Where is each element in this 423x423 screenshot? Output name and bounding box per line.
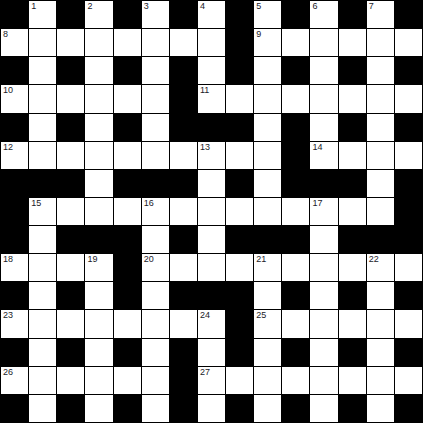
white-cell-r13-c0[interactable]: 26 (1, 367, 28, 394)
white-cell-r13-c9[interactable] (254, 367, 281, 394)
white-cell-r5-c9[interactable] (254, 142, 281, 169)
black-cell-r9-c4 (114, 254, 141, 281)
white-cell-r0-c11[interactable]: 6 (310, 1, 337, 28)
white-cell-r11-c4[interactable] (114, 310, 141, 337)
black-cell-r14-c12 (339, 395, 366, 422)
white-cell-r6-c3[interactable] (85, 170, 112, 197)
white-cell-r1-c10[interactable] (282, 29, 309, 56)
clue-number: 1 (31, 1, 36, 11)
black-cell-r4-c6 (170, 114, 197, 141)
clue-number: 6 (312, 1, 317, 11)
white-cell-r7-c5[interactable]: 16 (142, 198, 169, 225)
white-cell-r7-c3[interactable] (85, 198, 112, 225)
white-cell-r9-c1[interactable] (29, 254, 56, 281)
black-cell-r0-c0 (1, 1, 28, 28)
black-cell-r8-c4 (114, 226, 141, 253)
white-cell-r9-c9[interactable]: 21 (254, 254, 281, 281)
white-cell-r0-c5[interactable]: 3 (142, 1, 169, 28)
white-cell-r11-c6[interactable] (170, 310, 197, 337)
clue-number: 12 (3, 142, 13, 152)
white-cell-r3-c13[interactable] (367, 85, 394, 112)
white-cell-r0-c1[interactable]: 1 (29, 1, 56, 28)
white-cell-r8-c11[interactable] (310, 226, 337, 253)
white-cell-r3-c10[interactable] (282, 85, 309, 112)
white-cell-r4-c1[interactable] (29, 114, 56, 141)
white-cell-r5-c6[interactable] (170, 142, 197, 169)
white-cell-r14-c11[interactable] (310, 395, 337, 422)
black-cell-r12-c14 (395, 339, 422, 366)
black-cell-r10-c10 (282, 282, 309, 309)
black-cell-r6-c4 (114, 170, 141, 197)
black-cell-r13-c6 (170, 367, 197, 394)
white-cell-r0-c13[interactable]: 7 (367, 1, 394, 28)
white-cell-r12-c7[interactable] (198, 339, 225, 366)
white-cell-r1-c14[interactable] (395, 29, 422, 56)
white-cell-r1-c11[interactable] (310, 29, 337, 56)
black-cell-r0-c2 (57, 1, 84, 28)
black-cell-r12-c2 (57, 339, 84, 366)
clue-number: 16 (144, 198, 154, 208)
black-cell-r0-c14 (395, 1, 422, 28)
white-cell-r5-c4[interactable] (114, 142, 141, 169)
white-cell-r10-c11[interactable] (310, 282, 337, 309)
white-cell-r7-c10[interactable] (282, 198, 309, 225)
white-cell-r8-c1[interactable] (29, 226, 56, 253)
black-cell-r14-c10 (282, 395, 309, 422)
white-cell-r7-c1[interactable]: 15 (29, 198, 56, 225)
white-cell-r11-c0[interactable]: 23 (1, 310, 28, 337)
black-cell-r8-c9 (254, 226, 281, 253)
white-cell-r0-c9[interactable]: 5 (254, 1, 281, 28)
black-cell-r4-c2 (57, 114, 84, 141)
clue-number: 20 (144, 254, 154, 264)
clue-number: 5 (256, 1, 261, 11)
white-cell-r11-c7[interactable]: 24 (198, 310, 225, 337)
white-cell-r13-c12[interactable] (339, 367, 366, 394)
white-cell-r13-c3[interactable] (85, 367, 112, 394)
clue-number: 18 (3, 254, 13, 264)
white-cell-r11-c3[interactable] (85, 310, 112, 337)
white-cell-r5-c8[interactable] (226, 142, 253, 169)
white-cell-r3-c9[interactable] (254, 85, 281, 112)
white-cell-r2-c9[interactable] (254, 57, 281, 84)
black-cell-r4-c8 (226, 114, 253, 141)
white-cell-r7-c4[interactable] (114, 198, 141, 225)
white-cell-r6-c7[interactable] (198, 170, 225, 197)
black-cell-r8-c0 (1, 226, 28, 253)
white-cell-r7-c12[interactable] (339, 198, 366, 225)
black-cell-r10-c14 (395, 282, 422, 309)
black-cell-r6-c0 (1, 170, 28, 197)
clue-number: 19 (87, 254, 97, 264)
white-cell-r0-c3[interactable]: 2 (85, 1, 112, 28)
white-cell-r4-c5[interactable] (142, 114, 169, 141)
white-cell-r6-c9[interactable] (254, 170, 281, 197)
black-cell-r7-c0 (1, 198, 28, 225)
black-cell-r1-c8 (226, 29, 253, 56)
white-cell-r9-c12[interactable] (339, 254, 366, 281)
white-cell-r6-c13[interactable] (367, 170, 394, 197)
black-cell-r6-c10 (282, 170, 309, 197)
white-cell-r13-c1[interactable] (29, 367, 56, 394)
white-cell-r3-c5[interactable] (142, 85, 169, 112)
white-cell-r1-c3[interactable] (85, 29, 112, 56)
black-cell-r6-c6 (170, 170, 197, 197)
white-cell-r9-c6[interactable] (170, 254, 197, 281)
black-cell-r12-c8 (226, 339, 253, 366)
black-cell-r6-c8 (226, 170, 253, 197)
black-cell-r10-c0 (1, 282, 28, 309)
black-cell-r8-c6 (170, 226, 197, 253)
black-cell-r6-c12 (339, 170, 366, 197)
white-cell-r3-c11[interactable] (310, 85, 337, 112)
black-cell-r8-c14 (395, 226, 422, 253)
black-cell-r8-c8 (226, 226, 253, 253)
clue-number: 24 (200, 310, 210, 320)
white-cell-r11-c13[interactable] (367, 310, 394, 337)
clue-number: 4 (200, 1, 205, 11)
black-cell-r4-c7 (198, 114, 225, 141)
white-cell-r14-c9[interactable] (254, 395, 281, 422)
clue-number: 2 (87, 1, 92, 11)
white-cell-r11-c9[interactable]: 25 (254, 310, 281, 337)
clue-number: 10 (3, 85, 13, 95)
white-cell-r9-c0[interactable]: 18 (1, 254, 28, 281)
black-cell-r4-c10 (282, 114, 309, 141)
black-cell-r0-c6 (170, 1, 197, 28)
black-cell-r2-c10 (282, 57, 309, 84)
clue-number: 8 (3, 29, 8, 39)
white-cell-r7-c13[interactable] (367, 198, 394, 225)
black-cell-r6-c11 (310, 170, 337, 197)
white-cell-r2-c1[interactable] (29, 57, 56, 84)
white-cell-r4-c3[interactable] (85, 114, 112, 141)
white-cell-r13-c14[interactable] (395, 367, 422, 394)
clue-number: 22 (369, 254, 379, 264)
white-cell-r9-c5[interactable]: 20 (142, 254, 169, 281)
white-cell-r3-c4[interactable] (114, 85, 141, 112)
black-cell-r0-c4 (114, 1, 141, 28)
black-cell-r2-c4 (114, 57, 141, 84)
white-cell-r1-c0[interactable]: 8 (1, 29, 28, 56)
white-cell-r13-c7[interactable]: 27 (198, 367, 225, 394)
white-cell-r3-c0[interactable]: 10 (1, 85, 28, 112)
white-cell-r2-c3[interactable] (85, 57, 112, 84)
white-cell-r5-c11[interactable]: 14 (310, 142, 337, 169)
white-cell-r11-c11[interactable] (310, 310, 337, 337)
white-cell-r11-c1[interactable] (29, 310, 56, 337)
white-cell-r0-c7[interactable]: 4 (198, 1, 225, 28)
white-cell-r10-c3[interactable] (85, 282, 112, 309)
black-cell-r2-c14 (395, 57, 422, 84)
white-cell-r12-c3[interactable] (85, 339, 112, 366)
black-cell-r14-c14 (395, 395, 422, 422)
black-cell-r8-c12 (339, 226, 366, 253)
black-cell-r3-c6 (170, 85, 197, 112)
black-cell-r6-c14 (395, 170, 422, 197)
black-cell-r10-c8 (226, 282, 253, 309)
white-cell-r11-c2[interactable] (57, 310, 84, 337)
black-cell-r12-c12 (339, 339, 366, 366)
black-cell-r10-c4 (114, 282, 141, 309)
white-cell-r12-c1[interactable] (29, 339, 56, 366)
black-cell-r2-c0 (1, 57, 28, 84)
black-cell-r6-c1 (29, 170, 56, 197)
white-cell-r12-c5[interactable] (142, 339, 169, 366)
white-cell-r13-c5[interactable] (142, 367, 169, 394)
white-cell-r1-c12[interactable] (339, 29, 366, 56)
white-cell-r4-c9[interactable] (254, 114, 281, 141)
white-cell-r3-c3[interactable] (85, 85, 112, 112)
black-cell-r8-c3 (85, 226, 112, 253)
black-cell-r14-c2 (57, 395, 84, 422)
white-cell-r9-c14[interactable] (395, 254, 422, 281)
white-cell-r5-c3[interactable] (85, 142, 112, 169)
white-cell-r10-c1[interactable] (29, 282, 56, 309)
black-cell-r6-c2 (57, 170, 84, 197)
white-cell-r4-c13[interactable] (367, 114, 394, 141)
white-cell-r10-c5[interactable] (142, 282, 169, 309)
white-cell-r10-c9[interactable] (254, 282, 281, 309)
clue-number: 26 (3, 367, 13, 377)
black-cell-r4-c14 (395, 114, 422, 141)
white-cell-r10-c13[interactable] (367, 282, 394, 309)
white-cell-r3-c1[interactable] (29, 85, 56, 112)
clue-number: 9 (256, 29, 261, 39)
white-cell-r7-c8[interactable] (226, 198, 253, 225)
black-cell-r0-c10 (282, 1, 309, 28)
clue-number: 15 (31, 198, 41, 208)
white-cell-r1-c2[interactable] (57, 29, 84, 56)
white-cell-r7-c6[interactable] (170, 198, 197, 225)
white-cell-r9-c13[interactable]: 22 (367, 254, 394, 281)
white-cell-r14-c7[interactable] (198, 395, 225, 422)
clue-number: 3 (144, 1, 149, 11)
clue-number: 25 (256, 310, 266, 320)
clue-number: 11 (200, 85, 209, 95)
black-cell-r4-c0 (1, 114, 28, 141)
black-cell-r10-c2 (57, 282, 84, 309)
white-cell-r5-c2[interactable] (57, 142, 84, 169)
black-cell-r12-c6 (170, 339, 197, 366)
white-cell-r11-c10[interactable] (282, 310, 309, 337)
white-cell-r12-c13[interactable] (367, 339, 394, 366)
white-cell-r13-c10[interactable] (282, 367, 309, 394)
white-cell-r3-c14[interactable] (395, 85, 422, 112)
clue-number: 7 (369, 1, 374, 11)
white-cell-r14-c3[interactable] (85, 395, 112, 422)
black-cell-r2-c2 (57, 57, 84, 84)
black-cell-r10-c12 (339, 282, 366, 309)
white-cell-r5-c12[interactable] (339, 142, 366, 169)
black-cell-r0-c12 (339, 1, 366, 28)
white-cell-r11-c12[interactable] (339, 310, 366, 337)
white-cell-r7-c9[interactable] (254, 198, 281, 225)
clue-number: 21 (256, 254, 266, 264)
black-cell-r4-c12 (339, 114, 366, 141)
white-cell-r5-c0[interactable]: 12 (1, 142, 28, 169)
white-cell-r4-c11[interactable] (310, 114, 337, 141)
white-cell-r11-c14[interactable] (395, 310, 422, 337)
white-cell-r9-c3[interactable]: 19 (85, 254, 112, 281)
white-cell-r2-c7[interactable] (198, 57, 225, 84)
white-cell-r1-c4[interactable] (114, 29, 141, 56)
white-cell-r5-c5[interactable] (142, 142, 169, 169)
black-cell-r6-c5 (142, 170, 169, 197)
black-cell-r8-c13 (367, 226, 394, 253)
clue-number: 13 (200, 142, 210, 152)
black-cell-r12-c0 (1, 339, 28, 366)
white-cell-r5-c13[interactable] (367, 142, 394, 169)
white-cell-r11-c5[interactable] (142, 310, 169, 337)
white-cell-r12-c11[interactable] (310, 339, 337, 366)
white-cell-r9-c2[interactable] (57, 254, 84, 281)
black-cell-r5-c10 (282, 142, 309, 169)
black-cell-r12-c10 (282, 339, 309, 366)
black-cell-r14-c4 (114, 395, 141, 422)
crossword-grid: 1234567891011121314151617181920212223242… (0, 0, 423, 423)
white-cell-r2-c13[interactable] (367, 57, 394, 84)
white-cell-r9-c8[interactable] (226, 254, 253, 281)
clue-number: 23 (3, 310, 13, 320)
white-cell-r5-c14[interactable] (395, 142, 422, 169)
white-cell-r1-c6[interactable] (170, 29, 197, 56)
white-cell-r7-c2[interactable] (57, 198, 84, 225)
white-cell-r13-c2[interactable] (57, 367, 84, 394)
white-cell-r13-c4[interactable] (114, 367, 141, 394)
clue-number: 14 (312, 142, 322, 152)
clue-number: 17 (312, 198, 322, 208)
black-cell-r0-c8 (226, 1, 253, 28)
white-cell-r9-c7[interactable] (198, 254, 225, 281)
white-cell-r9-c10[interactable] (282, 254, 309, 281)
white-cell-r14-c5[interactable] (142, 395, 169, 422)
white-cell-r1-c1[interactable] (29, 29, 56, 56)
white-cell-r13-c8[interactable] (226, 367, 253, 394)
black-cell-r14-c8 (226, 395, 253, 422)
black-cell-r2-c6 (170, 57, 197, 84)
white-cell-r3-c8[interactable] (226, 85, 253, 112)
black-cell-r4-c4 (114, 114, 141, 141)
black-cell-r8-c10 (282, 226, 309, 253)
black-cell-r12-c4 (114, 339, 141, 366)
white-cell-r5-c7[interactable]: 13 (198, 142, 225, 169)
white-cell-r12-c9[interactable] (254, 339, 281, 366)
white-cell-r14-c1[interactable] (29, 395, 56, 422)
white-cell-r8-c7[interactable] (198, 226, 225, 253)
white-cell-r3-c12[interactable] (339, 85, 366, 112)
white-cell-r9-c11[interactable] (310, 254, 337, 281)
white-cell-r2-c5[interactable] (142, 57, 169, 84)
black-cell-r14-c6 (170, 395, 197, 422)
white-cell-r5-c1[interactable] (29, 142, 56, 169)
white-cell-r1-c9[interactable]: 9 (254, 29, 281, 56)
black-cell-r10-c7 (198, 282, 225, 309)
black-cell-r2-c8 (226, 57, 253, 84)
black-cell-r11-c8 (226, 310, 253, 337)
clue-number: 27 (200, 367, 210, 377)
black-cell-r7-c14 (395, 198, 422, 225)
black-cell-r10-c6 (170, 282, 197, 309)
white-cell-r1-c13[interactable] (367, 29, 394, 56)
white-cell-r2-c11[interactable] (310, 57, 337, 84)
white-cell-r13-c11[interactable] (310, 367, 337, 394)
white-cell-r8-c5[interactable] (142, 226, 169, 253)
white-cell-r7-c11[interactable]: 17 (310, 198, 337, 225)
white-cell-r3-c2[interactable] (57, 85, 84, 112)
white-cell-r1-c5[interactable] (142, 29, 169, 56)
black-cell-r2-c12 (339, 57, 366, 84)
black-cell-r8-c2 (57, 226, 84, 253)
white-cell-r13-c13[interactable] (367, 367, 394, 394)
white-cell-r7-c7[interactable] (198, 198, 225, 225)
black-cell-r14-c0 (1, 395, 28, 422)
white-cell-r14-c13[interactable] (367, 395, 394, 422)
white-cell-r1-c7[interactable] (198, 29, 225, 56)
white-cell-r3-c7[interactable]: 11 (198, 85, 225, 112)
